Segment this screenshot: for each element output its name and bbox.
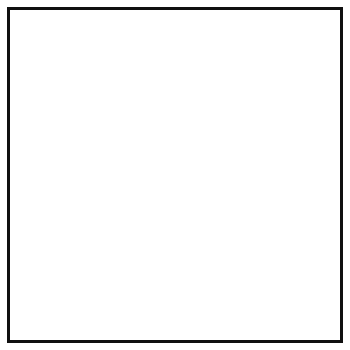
- chess-board-frame: [7, 7, 343, 343]
- chess-board: [10, 10, 340, 340]
